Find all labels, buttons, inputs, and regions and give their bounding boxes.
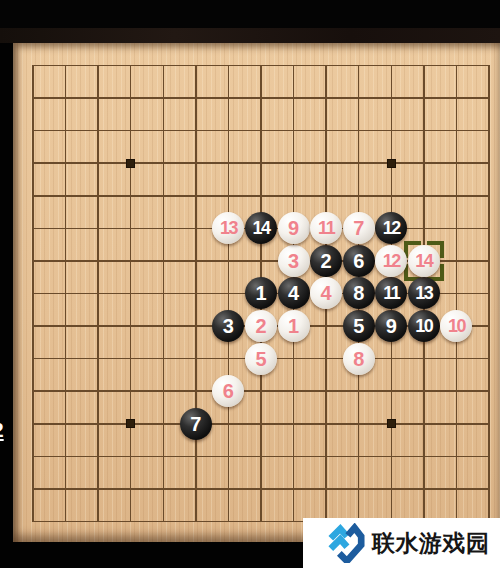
grid-line-vertical: [456, 65, 458, 522]
stone-black-14: 14: [245, 212, 277, 244]
stone-move-number: 10: [415, 317, 432, 335]
stone-move-number: 12: [383, 219, 400, 237]
star-point: [388, 160, 395, 167]
stone-black-7: 7: [180, 408, 212, 440]
stone-white-8: 8: [343, 343, 375, 375]
stone-black-6: 6: [343, 245, 375, 277]
grid-line-vertical: [488, 65, 490, 522]
stone-move-number: 10: [448, 317, 465, 335]
stone-white-4: 4: [310, 277, 342, 309]
stone-move-number: 14: [415, 252, 432, 270]
watermark-text: 联水游戏园: [372, 528, 490, 559]
stone-move-number: 14: [252, 219, 269, 237]
stone-move-number: 4: [321, 283, 332, 303]
stone-black-2: 2: [310, 245, 342, 277]
stone-black-1: 1: [245, 277, 277, 309]
stone-black-10: 10: [408, 310, 440, 342]
stone-move-number: 2: [255, 316, 266, 336]
stone-move-number: 9: [386, 316, 397, 336]
stone-black-9: 9: [375, 310, 407, 342]
linkwater-logo-icon: [327, 523, 365, 563]
stone-move-number: 13: [220, 219, 237, 237]
stone-move-number: 6: [223, 381, 234, 401]
star-point: [127, 160, 134, 167]
stone-black-3: 3: [212, 310, 244, 342]
stone-white-13: 13: [212, 212, 244, 244]
stone-white-5: 5: [245, 343, 277, 375]
stone-move-number: 5: [255, 349, 266, 369]
stone-black-8: 8: [343, 277, 375, 309]
stone-white-2: 2: [245, 310, 277, 342]
stone-move-number: 6: [353, 251, 364, 271]
grid-line-horizontal: [32, 488, 489, 490]
stone-move-number: 7: [190, 414, 201, 434]
stone-white-7: 7: [343, 212, 375, 244]
star-point: [127, 420, 134, 427]
stone-black-13: 13: [408, 277, 440, 309]
grid-line-horizontal: [32, 456, 489, 458]
stone-move-number: 11: [318, 219, 334, 237]
stone-move-number: 13: [415, 284, 432, 302]
stone-black-4: 4: [278, 277, 310, 309]
stone-move-number: 12: [383, 252, 400, 270]
stone-move-number: 1: [255, 283, 266, 303]
stone-move-number: 8: [353, 349, 364, 369]
stone-white-14: 14: [408, 245, 440, 277]
stone-white-1: 1: [278, 310, 310, 342]
stone-white-6: 6: [212, 375, 244, 407]
stone-white-12: 12: [375, 245, 407, 277]
stone-white-11: 11: [310, 212, 342, 244]
stone-move-number: 5: [353, 316, 364, 336]
stone-black-5: 5: [343, 310, 375, 342]
gomoku-app-screenshot: 12345678910111213141234567891011121314 2…: [0, 0, 500, 568]
stone-black-12: 12: [375, 212, 407, 244]
star-point: [388, 420, 395, 427]
stone-move-number: 2: [321, 251, 332, 271]
stone-move-number: 1: [288, 316, 299, 336]
grid-line-horizontal: [32, 390, 489, 392]
stone-move-number: 4: [288, 283, 299, 303]
stone-move-number: 9: [288, 218, 299, 238]
stone-move-number: 7: [353, 218, 364, 238]
stone-white-9: 9: [278, 212, 310, 244]
watermark-band: 联水游戏园: [303, 518, 500, 568]
stone-move-number: 11: [383, 284, 399, 302]
top-dark-table-strip: [0, 28, 500, 43]
stone-white-3: 3: [278, 245, 310, 277]
top-black-bar: [0, 0, 500, 28]
stone-move-number: 3: [223, 316, 234, 336]
stone-move-number: 8: [353, 283, 364, 303]
stone-move-number: 3: [288, 251, 299, 271]
go-board[interactable]: 12345678910111213141234567891011121314: [13, 43, 500, 542]
stone-black-11: 11: [375, 277, 407, 309]
stone-white-10: 10: [440, 310, 472, 342]
grid-line-horizontal: [32, 423, 489, 425]
edge-watermark-fragment: 2: [0, 418, 4, 442]
